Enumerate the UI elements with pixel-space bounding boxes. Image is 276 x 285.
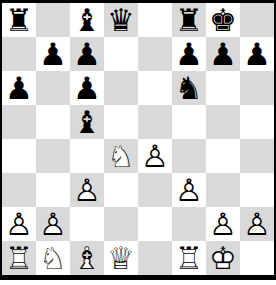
black-pawn-c7[interactable]: ♟ [70,37,104,71]
black-bishop-c8[interactable]: ♝ [70,3,104,37]
black-piece-glyph: ♟ [5,71,33,105]
white-king-g1[interactable]: ♚♔ [206,241,240,275]
square-c2[interactable] [70,207,104,241]
square-a8[interactable]: ♜ [2,3,36,37]
black-piece-glyph: ♟ [175,37,203,71]
square-h5[interactable] [240,105,274,139]
black-king-g8[interactable]: ♚ [206,3,240,37]
square-h7[interactable]: ♟ [240,37,274,71]
white-piece-outline: ♘ [39,241,67,275]
square-e1[interactable] [138,241,172,275]
square-f1[interactable]: ♜♖ [172,241,206,275]
square-b1[interactable]: ♞♘ [36,241,70,275]
square-b2[interactable]: ♟♙ [36,207,70,241]
square-e4[interactable]: ♟♙ [138,139,172,173]
black-knight-f6[interactable]: ♞ [172,71,206,105]
square-g2[interactable]: ♟♙ [206,207,240,241]
white-pawn-e4[interactable]: ♟♙ [138,139,172,173]
black-piece-glyph: ♜ [5,3,33,37]
square-d8[interactable]: ♛ [104,3,138,37]
white-pawn-c3[interactable]: ♟♙ [70,173,104,207]
square-f3[interactable]: ♟♙ [172,173,206,207]
black-rook-a8[interactable]: ♜ [2,3,36,37]
square-b6[interactable] [36,71,70,105]
white-piece-outline: ♙ [141,139,169,173]
white-piece-outline: ♗ [73,241,101,275]
white-piece-outline: ♙ [243,207,271,241]
white-piece-outline: ♕ [107,241,135,275]
square-e3[interactable] [138,173,172,207]
white-piece-outline: ♙ [175,173,203,207]
square-a5[interactable] [2,105,36,139]
square-f4[interactable] [172,139,206,173]
black-pawn-b7[interactable]: ♟ [36,37,70,71]
white-knight-b1[interactable]: ♞♘ [36,241,70,275]
white-pawn-f3[interactable]: ♟♙ [172,173,206,207]
square-h3[interactable] [240,173,274,207]
black-pawn-f7[interactable]: ♟ [172,37,206,71]
square-g4[interactable] [206,139,240,173]
square-f8[interactable]: ♜ [172,3,206,37]
white-piece-outline: ♔ [209,241,237,275]
black-piece-glyph: ♟ [73,37,101,71]
white-queen-d1[interactable]: ♛♕ [104,241,138,275]
white-piece-outline: ♘ [107,139,135,173]
square-d4[interactable]: ♞♘ [104,139,138,173]
white-rook-f1[interactable]: ♜♖ [172,241,206,275]
black-piece-glyph: ♝ [73,105,101,139]
square-a2[interactable]: ♟♙ [2,207,36,241]
square-c1[interactable]: ♝♗ [70,241,104,275]
square-e7[interactable] [138,37,172,71]
square-d6[interactable] [104,71,138,105]
square-c4[interactable] [70,139,104,173]
square-d2[interactable] [104,207,138,241]
square-b3[interactable] [36,173,70,207]
square-c5[interactable]: ♝ [70,105,104,139]
square-f6[interactable]: ♞ [172,71,206,105]
black-pawn-h7[interactable]: ♟ [240,37,274,71]
square-f7[interactable]: ♟ [172,37,206,71]
black-piece-glyph: ♟ [209,37,237,71]
square-g5[interactable] [206,105,240,139]
square-g1[interactable]: ♚♔ [206,241,240,275]
black-pawn-g7[interactable]: ♟ [206,37,240,71]
black-piece-glyph: ♟ [243,37,271,71]
white-piece-outline: ♙ [39,207,67,241]
white-knight-d4[interactable]: ♞♘ [104,139,138,173]
white-pawn-h2[interactable]: ♟♙ [240,207,274,241]
white-piece-outline: ♙ [5,207,33,241]
white-pawn-a2[interactable]: ♟♙ [2,207,36,241]
square-a7[interactable] [2,37,36,71]
black-piece-glyph: ♛ [107,3,135,37]
square-b8[interactable] [36,3,70,37]
square-d5[interactable] [104,105,138,139]
chess-board: ♜♝♛♜♚♟♟♟♟♟♟♟♞♝♞♘♟♙♟♙♟♙♟♙♟♙♟♙♟♙♜♖♞♘♝♗♛♕♜♖… [2,3,274,275]
square-e8[interactable] [138,3,172,37]
square-h2[interactable]: ♟♙ [240,207,274,241]
square-b5[interactable] [36,105,70,139]
white-pawn-g2[interactable]: ♟♙ [206,207,240,241]
black-rook-f8[interactable]: ♜ [172,3,206,37]
square-a4[interactable] [2,139,36,173]
black-piece-glyph: ♚ [209,3,237,37]
square-g7[interactable]: ♟ [206,37,240,71]
square-h1[interactable] [240,241,274,275]
square-c3[interactable]: ♟♙ [70,173,104,207]
black-piece-glyph: ♞ [175,71,203,105]
square-f5[interactable] [172,105,206,139]
square-e2[interactable] [138,207,172,241]
square-d7[interactable] [104,37,138,71]
square-g6[interactable] [206,71,240,105]
square-h4[interactable] [240,139,274,173]
square-a3[interactable] [2,173,36,207]
square-a6[interactable]: ♟ [2,71,36,105]
square-h6[interactable] [240,71,274,105]
square-g8[interactable]: ♚ [206,3,240,37]
chess-board-frame: ♜♝♛♜♚♟♟♟♟♟♟♟♞♝♞♘♟♙♟♙♟♙♟♙♟♙♟♙♟♙♜♖♞♘♝♗♛♕♜♖… [0,0,276,280]
square-g3[interactable] [206,173,240,207]
square-c6[interactable]: ♟ [70,71,104,105]
square-e5[interactable] [138,105,172,139]
black-piece-glyph: ♜ [175,3,203,37]
white-bishop-c1[interactable]: ♝♗ [70,241,104,275]
square-d3[interactable] [104,173,138,207]
white-piece-outline: ♙ [73,173,101,207]
black-piece-glyph: ♟ [39,37,67,71]
square-b7[interactable]: ♟ [36,37,70,71]
square-e6[interactable] [138,71,172,105]
square-c7[interactable]: ♟ [70,37,104,71]
white-piece-outline: ♖ [5,241,33,275]
square-d1[interactable]: ♛♕ [104,241,138,275]
square-b4[interactable] [36,139,70,173]
black-pawn-a6[interactable]: ♟ [2,71,36,105]
white-piece-outline: ♙ [209,207,237,241]
square-f2[interactable] [172,207,206,241]
black-piece-glyph: ♟ [73,71,101,105]
square-h8[interactable] [240,3,274,37]
square-a1[interactable]: ♜♖ [2,241,36,275]
black-piece-glyph: ♝ [73,3,101,37]
black-bishop-c5[interactable]: ♝ [70,105,104,139]
black-queen-d8[interactable]: ♛ [104,3,138,37]
white-piece-outline: ♖ [175,241,203,275]
white-rook-a1[interactable]: ♜♖ [2,241,36,275]
square-c8[interactable]: ♝ [70,3,104,37]
black-pawn-c6[interactable]: ♟ [70,71,104,105]
white-pawn-b2[interactable]: ♟♙ [36,207,70,241]
